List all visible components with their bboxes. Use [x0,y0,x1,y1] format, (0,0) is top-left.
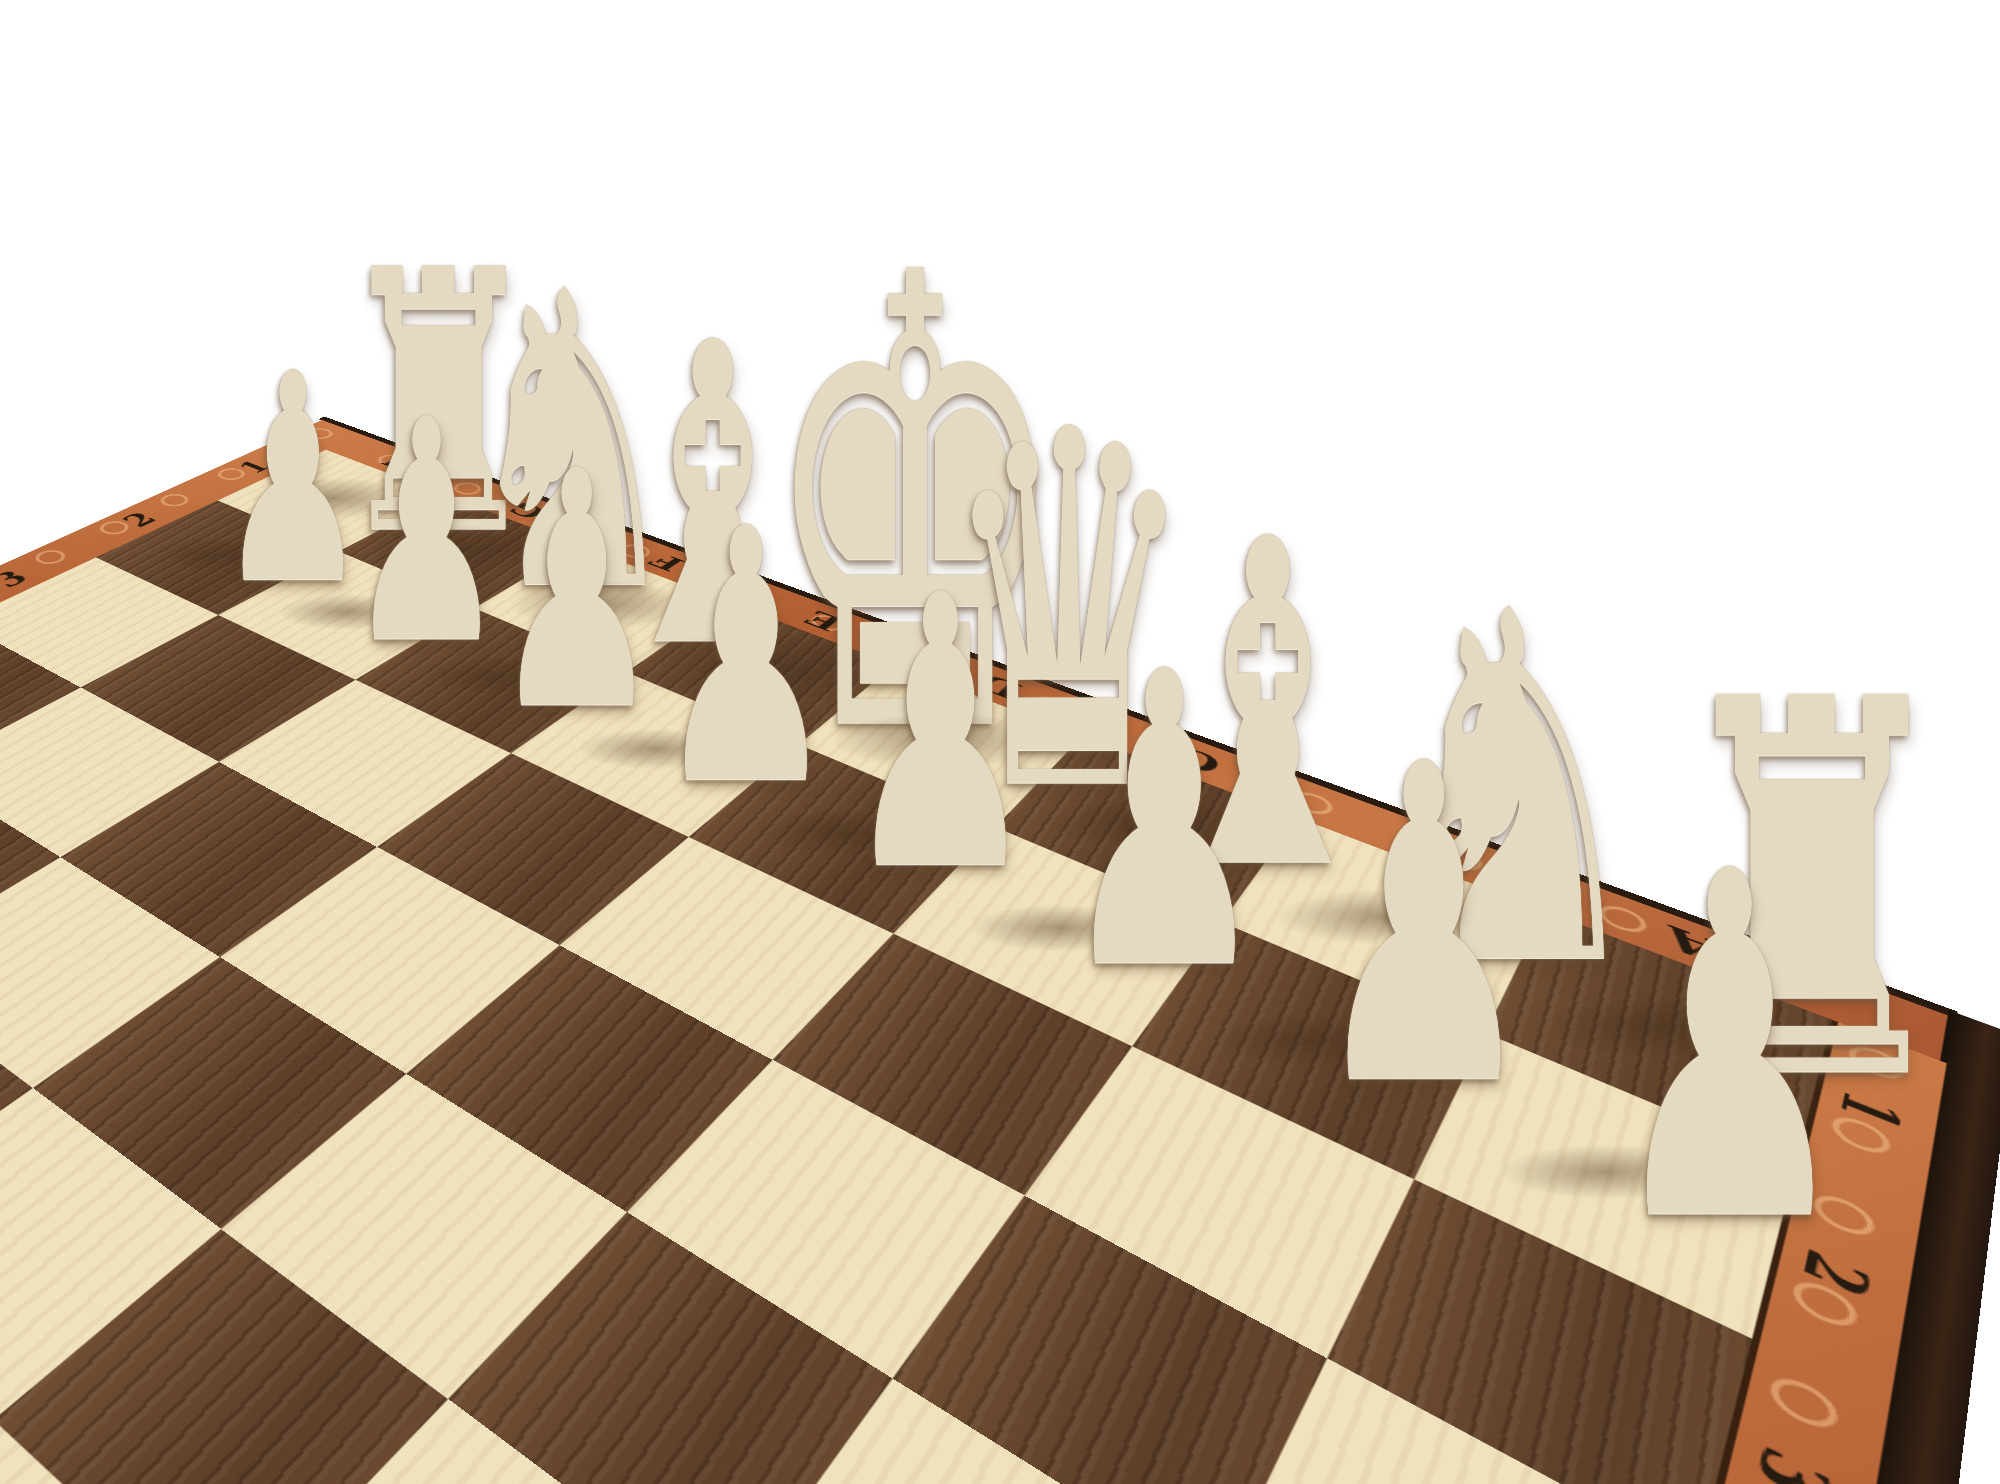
chess-board-photo: HHGGFFEEDDCCBBAA1122334455667788 ♜♞♝♚♛♝♞… [0,0,2000,1484]
